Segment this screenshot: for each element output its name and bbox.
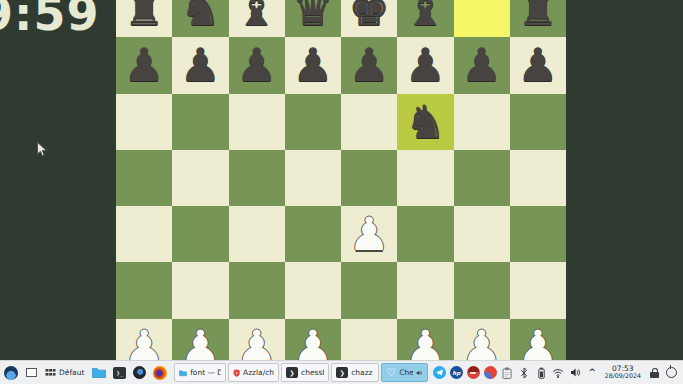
clock-date: 28/09/2024 bbox=[605, 373, 641, 380]
game-clock: 9:59 bbox=[0, 0, 99, 41]
terminal-launcher[interactable]: ❯_ bbox=[113, 365, 126, 380]
activity-label: Défaut bbox=[59, 368, 84, 377]
power-icon bbox=[666, 367, 677, 378]
battery-tray[interactable] bbox=[534, 365, 549, 381]
square-c4[interactable] bbox=[229, 206, 285, 262]
activity-pager[interactable]: Défaut bbox=[45, 368, 84, 377]
square-b7[interactable]: ♟ bbox=[172, 37, 228, 93]
piece-black-p-a7[interactable]: ♟ bbox=[116, 37, 172, 93]
network-tray[interactable] bbox=[551, 365, 566, 381]
piece-black-k-e8[interactable]: ♚ bbox=[341, 0, 397, 37]
square-a5[interactable] bbox=[116, 150, 172, 206]
square-b8[interactable]: ♞ bbox=[172, 0, 228, 37]
square-h3[interactable] bbox=[510, 262, 566, 318]
piece-black-p-b7[interactable]: ♟ bbox=[172, 37, 228, 93]
square-h7[interactable]: ♟ bbox=[510, 37, 566, 93]
heart-icon: ♡ bbox=[386, 367, 396, 378]
terminal-icon: ❯ bbox=[336, 367, 348, 378]
square-c6[interactable] bbox=[229, 94, 285, 150]
piece-black-r-a8[interactable]: ♜ bbox=[116, 0, 172, 37]
tray-expander[interactable]: ^ bbox=[585, 365, 600, 381]
speaker-icon bbox=[570, 367, 581, 378]
terminal-icon: ❯ bbox=[286, 367, 298, 378]
brave-shield-icon bbox=[233, 367, 240, 379]
piece-black-p-f7[interactable]: ♟ bbox=[397, 37, 453, 93]
hp-device-tray[interactable]: hp bbox=[449, 365, 464, 381]
piece-black-p-g7[interactable]: ♟ bbox=[454, 37, 510, 93]
digital-clock[interactable]: 07:53 28/09/2024 bbox=[605, 365, 641, 380]
square-b4[interactable] bbox=[172, 206, 228, 262]
audio-playing-icon[interactable] bbox=[416, 368, 422, 378]
square-h8[interactable]: ♜ bbox=[510, 0, 566, 37]
folder-icon bbox=[179, 368, 187, 378]
square-e3[interactable] bbox=[341, 262, 397, 318]
square-f3[interactable] bbox=[397, 262, 453, 318]
square-g8[interactable] bbox=[454, 0, 510, 37]
square-f8[interactable]: ♝ bbox=[397, 0, 453, 37]
taskbtn-chessboard[interactable]: ❯ chessboar... bbox=[281, 363, 329, 382]
taskbtn-dolphin-font[interactable]: font — Dol... bbox=[174, 363, 225, 382]
piece-white-p-e4[interactable]: ♟ bbox=[341, 206, 397, 262]
square-g5[interactable] bbox=[454, 150, 510, 206]
piece-black-p-h7[interactable]: ♟ bbox=[510, 37, 566, 93]
downloader-tray[interactable] bbox=[466, 365, 481, 381]
taskbtn-brave-azzla[interactable]: Azzla/ches... bbox=[228, 363, 279, 382]
square-e7[interactable]: ♟ bbox=[341, 37, 397, 93]
taskbar: Défaut ❯_ font — Dol... Azzla/ches... ❯ … bbox=[0, 360, 683, 384]
square-d4[interactable] bbox=[285, 206, 341, 262]
square-e5[interactable] bbox=[341, 150, 397, 206]
piece-black-p-e7[interactable]: ♟ bbox=[341, 37, 397, 93]
square-d3[interactable] bbox=[285, 262, 341, 318]
chevron-up-icon: ^ bbox=[588, 368, 596, 377]
lock-icon bbox=[650, 372, 659, 378]
folder-icon bbox=[92, 367, 106, 378]
telegram-tray[interactable] bbox=[432, 365, 447, 381]
square-f4[interactable] bbox=[397, 206, 453, 262]
square-d6[interactable] bbox=[285, 94, 341, 150]
piece-black-n-f6[interactable]: ♞ bbox=[397, 94, 453, 150]
battery-icon bbox=[538, 367, 545, 379]
task-label: chazz : lov... bbox=[351, 368, 374, 377]
volume-tray[interactable] bbox=[568, 365, 583, 381]
app-launcher-button[interactable] bbox=[4, 366, 18, 380]
piece-black-r-h8[interactable]: ♜ bbox=[510, 0, 566, 37]
lock-screen-button[interactable] bbox=[647, 365, 662, 381]
red-downloader-icon bbox=[467, 366, 480, 379]
square-g6[interactable] bbox=[454, 94, 510, 150]
taskbtn-chess-active[interactable]: ♡ Chess bbox=[381, 363, 427, 382]
square-a7[interactable]: ♟ bbox=[116, 37, 172, 93]
square-f7[interactable]: ♟ bbox=[397, 37, 453, 93]
piece-black-p-d7[interactable]: ♟ bbox=[285, 37, 341, 93]
task-label: Azzla/ches... bbox=[243, 368, 274, 377]
task-label: font — Dol... bbox=[190, 368, 221, 377]
wifi-icon bbox=[552, 368, 564, 378]
activity-grid-icon bbox=[45, 368, 56, 377]
square-g4[interactable] bbox=[454, 206, 510, 262]
square-a3[interactable] bbox=[116, 262, 172, 318]
square-d8[interactable]: ♛ bbox=[285, 0, 341, 37]
square-d7[interactable]: ♟ bbox=[285, 37, 341, 93]
mouse-cursor bbox=[36, 141, 48, 158]
square-g7[interactable]: ♟ bbox=[454, 37, 510, 93]
telegram-icon bbox=[433, 366, 446, 379]
square-c3[interactable] bbox=[229, 262, 285, 318]
square-b6[interactable] bbox=[172, 94, 228, 150]
system-tray: hp bbox=[430, 365, 679, 381]
bluetooth-icon bbox=[520, 367, 528, 379]
square-g3[interactable] bbox=[454, 262, 510, 318]
square-f5[interactable] bbox=[397, 150, 453, 206]
file-manager-launcher[interactable] bbox=[92, 365, 106, 380]
virtual-desktop-icon bbox=[26, 368, 37, 377]
red-blue-icon bbox=[484, 366, 497, 379]
piece-black-b-f8[interactable]: ♝ bbox=[397, 0, 453, 37]
square-b3[interactable] bbox=[172, 262, 228, 318]
clipboard-icon bbox=[502, 367, 512, 379]
square-e6[interactable] bbox=[341, 94, 397, 150]
square-a6[interactable] bbox=[116, 94, 172, 150]
firefox-icon bbox=[153, 366, 167, 380]
dark-disc-app-launcher[interactable] bbox=[133, 365, 146, 380]
square-c5[interactable] bbox=[229, 150, 285, 206]
clipboard-tray[interactable] bbox=[500, 365, 515, 381]
piece-black-q-d8[interactable]: ♛ bbox=[285, 0, 341, 37]
taskbtn-chazz[interactable]: ❯ chazz : lov... bbox=[331, 363, 379, 382]
square-f6[interactable]: ♞ bbox=[397, 94, 453, 150]
square-b5[interactable] bbox=[172, 150, 228, 206]
piece-black-n-b8[interactable]: ♞ bbox=[172, 0, 228, 37]
app-launcher-icon bbox=[4, 366, 18, 380]
chess-board: ♜♞♝♛♚♝♜♟♟♟♟♟♟♟♟♞♟♟♟♟♟♟♟♟♜♞♝♛♚♝♜ bbox=[116, 0, 566, 384]
piece-black-b-c8[interactable]: ♝ bbox=[229, 0, 285, 37]
square-h6[interactable] bbox=[510, 94, 566, 150]
red-blue-app-tray[interactable] bbox=[483, 365, 498, 381]
square-h4[interactable] bbox=[510, 206, 566, 262]
square-a4[interactable] bbox=[116, 206, 172, 262]
square-a8[interactable]: ♜ bbox=[116, 0, 172, 37]
square-e8[interactable]: ♚ bbox=[341, 0, 397, 37]
bluetooth-tray[interactable] bbox=[517, 365, 532, 381]
desktop: { "game": "chess", "position": { "fen": … bbox=[0, 0, 683, 384]
square-d5[interactable] bbox=[285, 150, 341, 206]
square-c8[interactable]: ♝ bbox=[229, 0, 285, 37]
piece-black-p-c7[interactable]: ♟ bbox=[229, 37, 285, 93]
hp-icon: hp bbox=[450, 366, 463, 379]
task-label: Chess bbox=[399, 368, 413, 377]
square-h5[interactable] bbox=[510, 150, 566, 206]
firefox-launcher[interactable] bbox=[153, 365, 167, 380]
square-e4[interactable]: ♟ bbox=[341, 206, 397, 262]
konsole-icon: ❯_ bbox=[113, 367, 126, 379]
square-c7[interactable]: ♟ bbox=[229, 37, 285, 93]
show-desktop-pager[interactable] bbox=[26, 368, 37, 377]
leave-session-button[interactable] bbox=[664, 365, 679, 381]
disc-icon bbox=[133, 366, 146, 379]
task-label: chessboar... bbox=[301, 368, 324, 377]
